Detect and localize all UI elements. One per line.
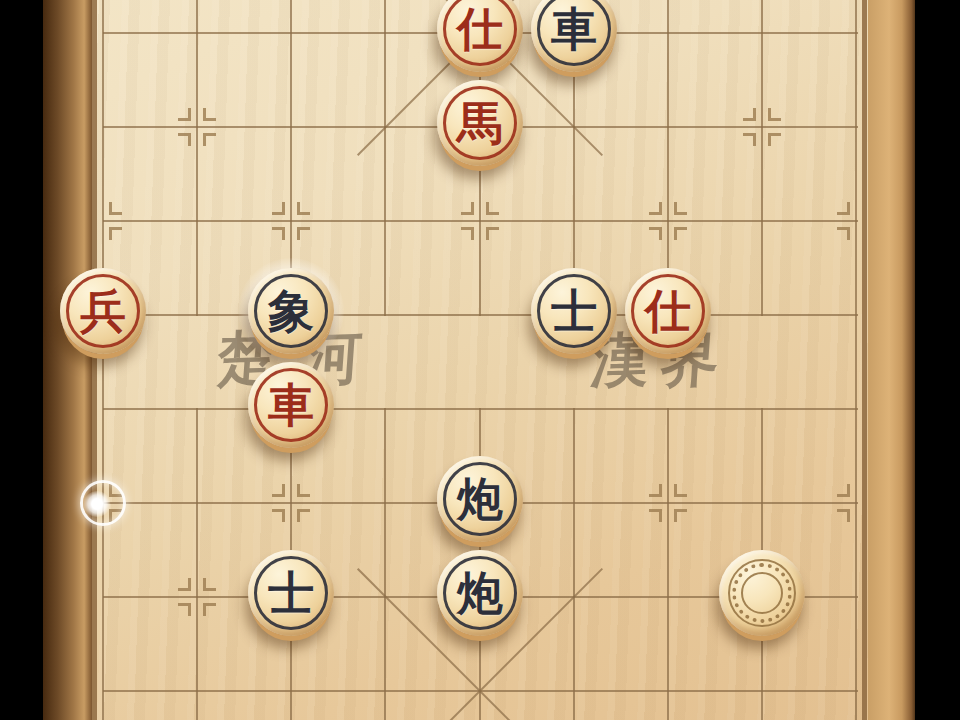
position-marker: [203, 578, 216, 591]
position-marker: [178, 133, 191, 146]
position-marker: [203, 603, 216, 616]
piece-character: 炮: [437, 456, 523, 542]
position-marker: [297, 509, 310, 522]
grid-line: [855, 0, 857, 720]
piece-face: 炮: [437, 550, 523, 636]
position-marker: [674, 202, 687, 215]
position-marker: [649, 484, 662, 497]
position-marker: [486, 227, 499, 240]
position-marker: [674, 227, 687, 240]
position-marker: [272, 509, 285, 522]
red-pawn-piece[interactable]: 兵: [60, 268, 146, 354]
grid-line: [761, 0, 763, 316]
position-marker: [837, 202, 850, 215]
position-marker: [297, 227, 310, 240]
board-border-left: [92, 0, 97, 720]
piece-character: 車: [531, 0, 617, 72]
black-elephant-piece[interactable]: 象: [248, 268, 334, 354]
black-cannon-2-piece[interactable]: 炮: [437, 550, 523, 636]
position-marker: [203, 108, 216, 121]
piece-face: 兵: [60, 268, 146, 354]
position-marker: [272, 227, 285, 240]
position-marker: [649, 202, 662, 215]
position-marker: [178, 578, 191, 591]
piece-character: 兵: [60, 268, 146, 354]
grid-line: [384, 408, 386, 720]
black-advisor-2-piece[interactable]: 士: [248, 550, 334, 636]
position-marker: [674, 509, 687, 522]
piece-face: 士: [248, 550, 334, 636]
grid-line: [196, 408, 198, 720]
grid-line: [573, 408, 575, 720]
grid-line: [667, 408, 669, 720]
position-marker: [486, 202, 499, 215]
hidden-piece-piece[interactable]: [719, 550, 805, 636]
board-border-right: [862, 0, 867, 720]
piece-face: 馬: [437, 80, 523, 166]
piece-character: 象: [248, 268, 334, 354]
position-marker: [768, 108, 781, 121]
piece-face: 士: [531, 268, 617, 354]
black-chariot-piece[interactable]: 車: [531, 0, 617, 72]
position-marker: [837, 227, 850, 240]
piece-character: 車: [248, 362, 334, 448]
position-marker: [837, 484, 850, 497]
piece-character: 馬: [437, 80, 523, 166]
position-marker: [837, 509, 850, 522]
position-marker: [272, 484, 285, 497]
board-frame-right: [868, 0, 915, 720]
black-advisor-piece[interactable]: 士: [531, 268, 617, 354]
piece-face: 仕: [437, 0, 523, 72]
red-horse-piece[interactable]: 馬: [437, 80, 523, 166]
red-advisor-2-piece[interactable]: 仕: [625, 268, 711, 354]
piece-character: 炮: [437, 550, 523, 636]
position-marker: [178, 603, 191, 616]
piece-character: 仕: [625, 268, 711, 354]
position-marker: [297, 202, 310, 215]
grid-line: [384, 0, 386, 316]
piece-face: 仕: [625, 268, 711, 354]
red-advisor-palace-piece[interactable]: 仕: [437, 0, 523, 72]
piece-face: 象: [248, 268, 334, 354]
piece-character: 士: [531, 268, 617, 354]
piece-face: 車: [248, 362, 334, 448]
grid-line: [102, 0, 104, 720]
grid-line: [196, 0, 198, 316]
piece-character: 仕: [437, 0, 523, 72]
position-marker: [461, 227, 474, 240]
position-marker: [743, 108, 756, 121]
piece-character: 士: [248, 550, 334, 636]
piece-face: [719, 550, 805, 636]
position-marker: [109, 202, 122, 215]
board-frame-left: [43, 0, 92, 720]
game-screen: 楚 河 漢 界 仕車馬兵象士仕車炮士炮: [0, 0, 960, 720]
position-marker: [109, 227, 122, 240]
position-marker: [178, 108, 191, 121]
piece-face: 車: [531, 0, 617, 72]
position-marker: [272, 202, 285, 215]
red-chariot-piece[interactable]: 車: [248, 362, 334, 448]
position-marker: [768, 133, 781, 146]
position-marker: [649, 509, 662, 522]
position-marker: [461, 202, 474, 215]
piece-face: 炮: [437, 456, 523, 542]
position-marker: [674, 484, 687, 497]
position-marker: [743, 133, 756, 146]
position-marker: [649, 227, 662, 240]
black-cannon-piece[interactable]: 炮: [437, 456, 523, 542]
position-marker: [297, 484, 310, 497]
position-marker: [203, 133, 216, 146]
hidden-piece-ornament: [741, 572, 783, 614]
touch-indicator: [80, 480, 126, 526]
